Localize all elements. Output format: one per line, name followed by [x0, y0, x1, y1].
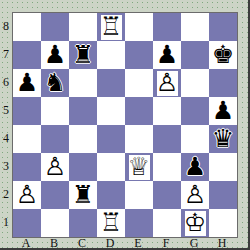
file-label-C: C — [68, 237, 96, 249]
rank-label-2: 2 — [0, 180, 12, 208]
square-g5[interactable] — [181, 97, 209, 125]
square-a2[interactable]: ♙ — [13, 181, 41, 209]
square-a3[interactable] — [13, 153, 41, 181]
square-b8[interactable] — [41, 13, 69, 41]
chess-board: ♖♟♜♟♚♟♞♙♟♛♙♕♟♙♜♙♖♔ — [12, 12, 238, 238]
white-pawn[interactable]: ♙ — [157, 71, 178, 96]
white-pawn[interactable]: ♙ — [184, 181, 206, 209]
black-knight[interactable]: ♞ — [44, 69, 66, 97]
square-f8[interactable] — [153, 13, 181, 41]
square-c6[interactable] — [69, 69, 97, 97]
square-c5[interactable] — [69, 97, 97, 125]
square-e6[interactable] — [125, 69, 153, 97]
square-h4[interactable]: ♛ — [209, 125, 237, 153]
square-d5[interactable] — [97, 97, 125, 125]
black-rook[interactable]: ♜ — [72, 41, 94, 69]
black-pawn[interactable]: ♟ — [16, 69, 38, 97]
square-h8[interactable] — [209, 13, 237, 41]
rank-label-6: 6 — [0, 68, 12, 96]
black-pawn[interactable]: ♟ — [44, 41, 66, 69]
square-a5[interactable] — [13, 97, 41, 125]
square-d8[interactable]: ♖ — [97, 13, 125, 41]
square-e4[interactable] — [125, 125, 153, 153]
square-g6[interactable] — [181, 69, 209, 97]
square-d4[interactable] — [97, 125, 125, 153]
file-label-D: D — [96, 237, 124, 249]
square-f5[interactable] — [153, 97, 181, 125]
square-e1[interactable] — [125, 209, 153, 237]
square-e3[interactable]: ♕ — [125, 153, 153, 181]
square-b2[interactable] — [41, 181, 69, 209]
square-f3[interactable] — [153, 153, 181, 181]
square-d1[interactable]: ♖ — [97, 209, 125, 237]
file-label-F: F — [152, 237, 180, 249]
square-b7[interactable]: ♟ — [41, 41, 69, 69]
square-c4[interactable] — [69, 125, 97, 153]
rank-label-4: 4 — [0, 124, 12, 152]
file-label-E: E — [124, 237, 152, 249]
square-e5[interactable] — [125, 97, 153, 125]
square-d2[interactable] — [97, 181, 125, 209]
rank-label-8: 8 — [0, 12, 12, 40]
rank-label-7: 7 — [0, 40, 12, 68]
black-pawn[interactable]: ♟ — [156, 41, 178, 69]
square-e7[interactable] — [125, 41, 153, 69]
square-d3[interactable] — [97, 153, 125, 181]
file-label-A: A — [12, 237, 40, 249]
square-c3[interactable] — [69, 153, 97, 181]
square-h3[interactable] — [209, 153, 237, 181]
black-pawn[interactable]: ♟ — [212, 97, 234, 125]
square-h5[interactable]: ♟ — [209, 97, 237, 125]
square-g7[interactable] — [181, 41, 209, 69]
square-b1[interactable] — [41, 209, 69, 237]
white-king[interactable]: ♔ — [185, 211, 206, 236]
square-b4[interactable] — [41, 125, 69, 153]
square-g8[interactable] — [181, 13, 209, 41]
square-a4[interactable] — [13, 125, 41, 153]
square-f6[interactable]: ♙ — [153, 69, 181, 97]
square-f4[interactable] — [153, 125, 181, 153]
rank-label-5: 5 — [0, 96, 12, 124]
square-c7[interactable]: ♜ — [69, 41, 97, 69]
square-e8[interactable] — [125, 13, 153, 41]
file-label-H: H — [208, 237, 236, 249]
black-rook[interactable]: ♜ — [72, 181, 94, 209]
white-pawn[interactable]: ♙ — [16, 181, 38, 209]
square-a7[interactable] — [13, 41, 41, 69]
white-queen[interactable]: ♕ — [129, 155, 150, 180]
square-a6[interactable]: ♟ — [13, 69, 41, 97]
square-f7[interactable]: ♟ — [153, 41, 181, 69]
square-g1[interactable]: ♔ — [181, 209, 209, 237]
square-g3[interactable]: ♟ — [181, 153, 209, 181]
white-pawn[interactable]: ♙ — [44, 153, 66, 181]
square-h1[interactable] — [209, 209, 237, 237]
square-b3[interactable]: ♙ — [41, 153, 69, 181]
square-c2[interactable]: ♜ — [69, 181, 97, 209]
square-h7[interactable]: ♚ — [209, 41, 237, 69]
square-b6[interactable]: ♞ — [41, 69, 69, 97]
file-label-B: B — [40, 237, 68, 249]
chess-diagram: ♖♟♜♟♚♟♞♙♟♛♙♕♟♙♜♙♖♔87654321ABCDEFGH — [0, 0, 250, 250]
square-f1[interactable] — [153, 209, 181, 237]
square-h2[interactable] — [209, 181, 237, 209]
square-c8[interactable] — [69, 13, 97, 41]
rank-label-3: 3 — [0, 152, 12, 180]
white-rook[interactable]: ♖ — [101, 15, 122, 40]
square-d6[interactable] — [97, 69, 125, 97]
file-label-G: G — [180, 237, 208, 249]
square-a1[interactable] — [13, 209, 41, 237]
black-king[interactable]: ♚ — [212, 41, 234, 69]
square-g2[interactable]: ♙ — [181, 181, 209, 209]
rank-label-1: 1 — [0, 208, 12, 236]
square-f2[interactable] — [153, 181, 181, 209]
square-c1[interactable] — [69, 209, 97, 237]
square-e2[interactable] — [125, 181, 153, 209]
square-a8[interactable] — [13, 13, 41, 41]
square-b5[interactable] — [41, 97, 69, 125]
black-pawn[interactable]: ♟ — [184, 153, 206, 181]
square-g4[interactable] — [181, 125, 209, 153]
square-h6[interactable] — [209, 69, 237, 97]
square-d7[interactable] — [97, 41, 125, 69]
white-rook[interactable]: ♖ — [100, 209, 122, 237]
black-queen[interactable]: ♛ — [212, 125, 234, 153]
